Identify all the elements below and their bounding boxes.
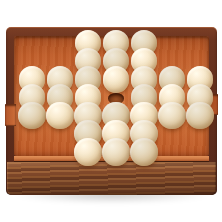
off-board (46, 34, 74, 52)
off-board (18, 125, 46, 143)
board-cell (158, 107, 186, 125)
solitaire-board-grid (18, 34, 214, 161)
off-board (46, 143, 74, 161)
off-board (46, 125, 74, 143)
board-cell (130, 143, 158, 161)
off-board (158, 125, 186, 143)
off-board (186, 125, 214, 143)
marble-peg[interactable] (102, 138, 130, 166)
off-board (18, 143, 46, 161)
board-cell (102, 143, 130, 161)
board-cell (102, 70, 130, 88)
marble-peg[interactable] (130, 138, 158, 166)
off-board (186, 143, 214, 161)
marble-peg[interactable] (74, 138, 102, 166)
peg-solitaire-photo (0, 0, 222, 222)
off-board (186, 34, 214, 52)
box-front-wall (7, 162, 216, 195)
off-board (158, 143, 186, 161)
left-finger-notch (5, 104, 16, 126)
board-cell (46, 107, 74, 125)
off-board (158, 34, 186, 52)
off-board (18, 34, 46, 52)
board-cell (18, 107, 46, 125)
board-cell (186, 107, 214, 125)
board-cell (74, 143, 102, 161)
